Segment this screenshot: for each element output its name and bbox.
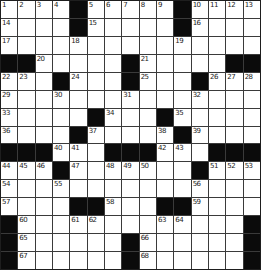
cell-r11c4[interactable]: 55 xyxy=(53,180,69,197)
clue-number-30: 30 xyxy=(54,91,62,99)
cell-r11c6[interactable] xyxy=(88,180,104,197)
block-cell-r15c15 xyxy=(244,252,260,269)
cell-r4c4[interactable] xyxy=(53,55,69,72)
cell-r15c14[interactable] xyxy=(226,252,242,269)
clue-number-39: 39 xyxy=(193,127,201,135)
cell-r1c1[interactable]: 1 xyxy=(1,1,17,18)
cell-r5c5[interactable]: 24 xyxy=(70,73,86,90)
cell-r10c6[interactable] xyxy=(88,162,104,179)
cell-r3c5[interactable]: 18 xyxy=(70,37,86,54)
cell-r7c13[interactable] xyxy=(209,109,225,126)
clue-number-19: 19 xyxy=(175,37,183,45)
cell-r5c3[interactable] xyxy=(36,73,52,90)
cell-r1c14[interactable]: 12 xyxy=(226,1,242,18)
cell-r5c7[interactable] xyxy=(105,73,121,90)
cell-r12c8[interactable] xyxy=(122,198,138,215)
clue-number-37: 37 xyxy=(89,127,97,135)
cell-r3c12[interactable] xyxy=(192,37,208,54)
clue-number-54: 54 xyxy=(2,180,10,188)
block-cell-r8c11 xyxy=(174,127,190,144)
cell-r3c10[interactable] xyxy=(157,37,173,54)
cell-r5c14[interactable]: 27 xyxy=(226,73,242,90)
block-cell-r4c15 xyxy=(244,55,260,72)
block-cell-r9c7 xyxy=(105,144,121,161)
cell-r13c7[interactable] xyxy=(105,216,121,233)
clue-number-68: 68 xyxy=(141,252,149,260)
cell-r5c10[interactable] xyxy=(157,73,173,90)
cell-r12c13[interactable] xyxy=(209,198,225,215)
cell-r15c12[interactable] xyxy=(192,252,208,269)
cell-r14c4[interactable] xyxy=(53,234,69,251)
clue-number-21: 21 xyxy=(141,55,149,63)
crossword-grid: 1234567891011121314151617181920212223242… xyxy=(0,0,261,270)
cell-r14c13[interactable] xyxy=(209,234,225,251)
block-cell-r9c1 xyxy=(1,144,17,161)
cell-r11c8[interactable] xyxy=(122,180,138,197)
cell-r14c12[interactable] xyxy=(192,234,208,251)
cell-r4c10[interactable] xyxy=(157,55,173,72)
cell-r5c2[interactable]: 23 xyxy=(18,73,34,90)
cell-r3c15[interactable] xyxy=(244,37,260,54)
cell-r5c15[interactable]: 28 xyxy=(244,73,260,90)
clue-number-2: 2 xyxy=(19,1,23,9)
clue-number-56: 56 xyxy=(193,180,201,188)
cell-r2c8[interactable] xyxy=(122,19,138,36)
block-cell-r14c15 xyxy=(244,234,260,251)
block-cell-r2c11 xyxy=(174,19,190,36)
clue-number-18: 18 xyxy=(71,37,79,45)
clue-number-26: 26 xyxy=(210,73,218,81)
clue-number-12: 12 xyxy=(227,1,235,9)
block-cell-r9c2 xyxy=(18,144,34,161)
cell-r8c14[interactable] xyxy=(226,127,242,144)
block-cell-r9c13 xyxy=(209,144,225,161)
cell-r1c2[interactable]: 2 xyxy=(18,1,34,18)
clue-number-41: 41 xyxy=(71,144,79,152)
cell-r6c10[interactable] xyxy=(157,91,173,108)
cell-r7c2[interactable] xyxy=(18,109,34,126)
cell-r12c15[interactable] xyxy=(244,198,260,215)
cell-r14c10[interactable] xyxy=(157,234,173,251)
clue-number-43: 43 xyxy=(175,144,183,152)
cell-r12c4[interactable] xyxy=(53,198,69,215)
cell-r9c10[interactable]: 42 xyxy=(157,144,173,161)
cell-r6c4[interactable]: 30 xyxy=(53,91,69,108)
cell-r15c11[interactable] xyxy=(174,252,190,269)
cell-r4c7[interactable] xyxy=(105,55,121,72)
clue-number-28: 28 xyxy=(245,73,253,81)
cell-r15c9[interactable]: 68 xyxy=(140,252,156,269)
cell-r3c8[interactable] xyxy=(122,37,138,54)
block-cell-r9c9 xyxy=(140,144,156,161)
cell-r15c6[interactable] xyxy=(88,252,104,269)
cell-r8c10[interactable]: 38 xyxy=(157,127,173,144)
cell-r7c14[interactable] xyxy=(226,109,242,126)
clue-number-13: 13 xyxy=(245,1,253,9)
cell-r8c3[interactable] xyxy=(36,127,52,144)
cell-r12c14[interactable] xyxy=(226,198,242,215)
cell-r6c13[interactable] xyxy=(209,91,225,108)
clue-number-63: 63 xyxy=(158,216,166,224)
block-cell-r13c15 xyxy=(244,216,260,233)
clue-number-11: 11 xyxy=(210,1,218,9)
clue-number-59: 59 xyxy=(193,198,201,206)
block-cell-r8c5 xyxy=(70,127,86,144)
clue-number-58: 58 xyxy=(106,198,114,206)
cell-r15c5[interactable] xyxy=(70,252,86,269)
block-cell-r4c1 xyxy=(1,55,17,72)
cell-r11c11[interactable] xyxy=(174,180,190,197)
cell-r2c2[interactable] xyxy=(18,19,34,36)
cell-r14c5[interactable] xyxy=(70,234,86,251)
cell-r13c13[interactable] xyxy=(209,216,225,233)
cell-r2c4[interactable] xyxy=(53,19,69,36)
cell-r3c14[interactable] xyxy=(226,37,242,54)
block-cell-r5c8 xyxy=(122,73,138,90)
cell-r14c7[interactable] xyxy=(105,234,121,251)
cell-r14c14[interactable] xyxy=(226,234,242,251)
cell-r15c10[interactable] xyxy=(157,252,173,269)
cell-r15c2[interactable]: 67 xyxy=(18,252,34,269)
clue-number-57: 57 xyxy=(2,198,10,206)
cell-r2c13[interactable] xyxy=(209,19,225,36)
block-cell-r15c1 xyxy=(1,252,17,269)
clue-number-35: 35 xyxy=(175,109,183,117)
clue-number-42: 42 xyxy=(158,144,166,152)
clue-number-51: 51 xyxy=(210,162,218,170)
block-cell-r4c14 xyxy=(226,55,242,72)
block-cell-r7c10 xyxy=(157,109,173,126)
block-cell-r14c8 xyxy=(122,234,138,251)
block-cell-r7c6 xyxy=(88,109,104,126)
cell-r7c7[interactable]: 34 xyxy=(105,109,121,126)
cell-r2c7[interactable] xyxy=(105,19,121,36)
cell-r2c1[interactable]: 14 xyxy=(1,19,17,36)
cell-r8c2[interactable] xyxy=(18,127,34,144)
cell-r7c9[interactable] xyxy=(140,109,156,126)
cell-r7c15[interactable] xyxy=(244,109,260,126)
cell-r11c1[interactable]: 54 xyxy=(1,180,17,197)
block-cell-r9c8 xyxy=(122,144,138,161)
cell-r1c7[interactable]: 6 xyxy=(105,1,121,18)
cell-r6c2[interactable] xyxy=(18,91,34,108)
block-cell-r1c5 xyxy=(70,1,86,18)
clue-number-62: 62 xyxy=(89,216,97,224)
clue-number-7: 7 xyxy=(123,1,127,9)
cell-r1c6[interactable]: 5 xyxy=(88,1,104,18)
cell-r3c3[interactable] xyxy=(36,37,52,54)
cell-r2c6[interactable]: 15 xyxy=(88,19,104,36)
clue-number-67: 67 xyxy=(19,252,27,260)
cell-r11c2[interactable] xyxy=(18,180,34,197)
cell-r2c10[interactable] xyxy=(157,19,173,36)
block-cell-r12c10 xyxy=(157,198,173,215)
cell-r1c4[interactable]: 4 xyxy=(53,1,69,18)
cell-r6c15[interactable] xyxy=(244,91,260,108)
clue-number-16: 16 xyxy=(193,19,201,27)
block-cell-r13c1 xyxy=(1,216,17,233)
cell-r11c14[interactable] xyxy=(226,180,242,197)
clue-number-66: 66 xyxy=(141,234,149,242)
block-cell-r12c5 xyxy=(70,198,86,215)
cell-r11c10[interactable] xyxy=(157,180,173,197)
cell-r7c11[interactable]: 35 xyxy=(174,109,190,126)
clue-number-64: 64 xyxy=(175,216,183,224)
cell-r4c13[interactable] xyxy=(209,55,225,72)
clue-number-32: 32 xyxy=(193,91,201,99)
cell-r2c14[interactable] xyxy=(226,19,242,36)
cell-r7c8[interactable] xyxy=(122,109,138,126)
clue-number-33: 33 xyxy=(2,109,10,117)
cell-r10c9[interactable]: 50 xyxy=(140,162,156,179)
cell-r1c15[interactable]: 13 xyxy=(244,1,260,18)
cell-r1c9[interactable]: 8 xyxy=(140,1,156,18)
clue-number-1: 1 xyxy=(2,1,6,9)
clue-number-20: 20 xyxy=(37,55,45,63)
cell-r14c9[interactable]: 66 xyxy=(140,234,156,251)
block-cell-r4c8 xyxy=(122,55,138,72)
clue-number-25: 25 xyxy=(141,73,149,81)
clue-number-34: 34 xyxy=(106,109,114,117)
cell-r12c9[interactable] xyxy=(140,198,156,215)
cell-r6c12[interactable]: 32 xyxy=(192,91,208,108)
cell-r14c3[interactable] xyxy=(36,234,52,251)
cell-r10c7[interactable]: 48 xyxy=(105,162,121,179)
cell-r3c2[interactable] xyxy=(18,37,34,54)
cell-r10c10[interactable] xyxy=(157,162,173,179)
clue-number-27: 27 xyxy=(227,73,235,81)
clue-number-55: 55 xyxy=(54,180,62,188)
block-cell-r5c4 xyxy=(53,73,69,90)
cell-r6c7[interactable] xyxy=(105,91,121,108)
cell-r11c9[interactable] xyxy=(140,180,156,197)
cell-r4c6[interactable] xyxy=(88,55,104,72)
cell-r7c12[interactable] xyxy=(192,109,208,126)
cell-r13c8[interactable] xyxy=(122,216,138,233)
clue-number-6: 6 xyxy=(106,1,110,9)
cell-r12c7[interactable]: 58 xyxy=(105,198,121,215)
cell-r8c13[interactable] xyxy=(209,127,225,144)
cell-r9c11[interactable]: 43 xyxy=(174,144,190,161)
cell-r6c14[interactable] xyxy=(226,91,242,108)
clue-number-50: 50 xyxy=(141,162,149,170)
block-cell-r2c5 xyxy=(70,19,86,36)
cell-r5c6[interactable] xyxy=(88,73,104,90)
cell-r10c8[interactable]: 49 xyxy=(122,162,138,179)
cell-r1c13[interactable]: 11 xyxy=(209,1,225,18)
cell-r13c14[interactable] xyxy=(226,216,242,233)
cell-r8c12[interactable]: 39 xyxy=(192,127,208,144)
cell-r7c5[interactable] xyxy=(70,109,86,126)
block-cell-r4c2 xyxy=(18,55,34,72)
cell-r11c12[interactable]: 56 xyxy=(192,180,208,197)
block-cell-r1c11 xyxy=(174,1,190,18)
cell-r11c13[interactable] xyxy=(209,180,225,197)
cell-r11c15[interactable] xyxy=(244,180,260,197)
cell-r1c12[interactable]: 10 xyxy=(192,1,208,18)
cell-r13c10[interactable]: 63 xyxy=(157,216,173,233)
clue-number-31: 31 xyxy=(123,91,131,99)
cell-r10c14[interactable]: 52 xyxy=(226,162,242,179)
clue-number-48: 48 xyxy=(106,162,114,170)
clue-number-22: 22 xyxy=(2,73,10,81)
clue-number-4: 4 xyxy=(54,1,58,9)
cell-r15c4[interactable] xyxy=(53,252,69,269)
cell-r13c11[interactable]: 64 xyxy=(174,216,190,233)
block-cell-r10c12 xyxy=(192,162,208,179)
cell-r8c15[interactable] xyxy=(244,127,260,144)
clue-number-24: 24 xyxy=(71,73,79,81)
cell-r3c1[interactable]: 17 xyxy=(1,37,17,54)
cell-r6c6[interactable] xyxy=(88,91,104,108)
clue-number-3: 3 xyxy=(37,1,41,9)
cell-r1c10[interactable]: 9 xyxy=(157,1,173,18)
cell-r13c4[interactable] xyxy=(53,216,69,233)
cell-r9c12[interactable] xyxy=(192,144,208,161)
block-cell-r9c15 xyxy=(244,144,260,161)
block-cell-r5c12 xyxy=(192,73,208,90)
cell-r3c11[interactable]: 19 xyxy=(174,37,190,54)
cell-r2c15[interactable] xyxy=(244,19,260,36)
cell-r10c13[interactable]: 51 xyxy=(209,162,225,179)
cell-r6c3[interactable] xyxy=(36,91,52,108)
clue-number-49: 49 xyxy=(123,162,131,170)
cell-r5c13[interactable]: 26 xyxy=(209,73,225,90)
clue-number-36: 36 xyxy=(2,127,10,135)
cell-r5c9[interactable]: 25 xyxy=(140,73,156,90)
cell-r3c7[interactable] xyxy=(105,37,121,54)
cell-r13c12[interactable] xyxy=(192,216,208,233)
cell-r11c5[interactable] xyxy=(70,180,86,197)
cell-r13c6[interactable]: 62 xyxy=(88,216,104,233)
clue-number-17: 17 xyxy=(2,37,10,45)
cell-r2c12[interactable]: 16 xyxy=(192,19,208,36)
cell-r1c3[interactable]: 3 xyxy=(36,1,52,18)
block-cell-r9c3 xyxy=(36,144,52,161)
block-cell-r10c4 xyxy=(53,162,69,179)
block-cell-r12c6 xyxy=(88,198,104,215)
clue-number-8: 8 xyxy=(141,1,145,9)
block-cell-r14c1 xyxy=(1,234,17,251)
clue-number-10: 10 xyxy=(193,1,201,9)
cell-r10c15[interactable]: 53 xyxy=(244,162,260,179)
cell-r6c9[interactable] xyxy=(140,91,156,108)
cell-r8c7[interactable] xyxy=(105,127,121,144)
clue-number-14: 14 xyxy=(2,19,10,27)
block-cell-r9c14 xyxy=(226,144,242,161)
block-cell-r12c11 xyxy=(174,198,190,215)
cell-r8c8[interactable] xyxy=(122,127,138,144)
cell-r14c11[interactable] xyxy=(174,234,190,251)
cell-r7c1[interactable]: 33 xyxy=(1,109,17,126)
cell-r8c1[interactable]: 36 xyxy=(1,127,17,144)
clue-number-45: 45 xyxy=(19,162,27,170)
cell-r4c9[interactable]: 21 xyxy=(140,55,156,72)
cell-r6c11[interactable] xyxy=(174,91,190,108)
cell-r9c5[interactable]: 41 xyxy=(70,144,86,161)
cell-r9c6[interactable] xyxy=(88,144,104,161)
block-cell-r15c8 xyxy=(122,252,138,269)
cell-r15c3[interactable] xyxy=(36,252,52,269)
cell-r5c1[interactable]: 22 xyxy=(1,73,17,90)
cell-r12c12[interactable]: 59 xyxy=(192,198,208,215)
clue-number-52: 52 xyxy=(227,162,235,170)
cell-r5c11[interactable] xyxy=(174,73,190,90)
cell-r4c3[interactable]: 20 xyxy=(36,55,52,72)
cell-r15c13[interactable] xyxy=(209,252,225,269)
cell-r10c1[interactable]: 44 xyxy=(1,162,17,179)
clue-number-65: 65 xyxy=(19,234,27,242)
cell-r8c9[interactable] xyxy=(140,127,156,144)
cell-r9c4[interactable]: 40 xyxy=(53,144,69,161)
cell-r3c9[interactable] xyxy=(140,37,156,54)
clue-number-38: 38 xyxy=(158,127,166,135)
cell-r3c6[interactable] xyxy=(88,37,104,54)
clue-number-53: 53 xyxy=(245,162,253,170)
cell-r12c3[interactable] xyxy=(36,198,52,215)
cell-r2c9[interactable] xyxy=(140,19,156,36)
cell-r1c8[interactable]: 7 xyxy=(122,1,138,18)
clue-number-5: 5 xyxy=(89,1,93,9)
cell-r14c6[interactable] xyxy=(88,234,104,251)
clue-number-46: 46 xyxy=(37,162,45,170)
cell-r10c5[interactable]: 47 xyxy=(70,162,86,179)
cell-r6c8[interactable]: 31 xyxy=(122,91,138,108)
cell-r13c9[interactable] xyxy=(140,216,156,233)
cell-r14c2[interactable]: 65 xyxy=(18,234,34,251)
clue-number-9: 9 xyxy=(158,1,162,9)
cell-r11c3[interactable] xyxy=(36,180,52,197)
cell-r7c3[interactable] xyxy=(36,109,52,126)
cell-r11c7[interactable] xyxy=(105,180,121,197)
clue-number-47: 47 xyxy=(71,162,79,170)
cell-r8c4[interactable] xyxy=(53,127,69,144)
cell-r13c3[interactable] xyxy=(36,216,52,233)
cell-r10c3[interactable]: 46 xyxy=(36,162,52,179)
clue-number-23: 23 xyxy=(19,73,27,81)
cell-r3c13[interactable] xyxy=(209,37,225,54)
cell-r10c2[interactable]: 45 xyxy=(18,162,34,179)
cell-r15c7[interactable] xyxy=(105,252,121,269)
cell-r6c5[interactable] xyxy=(70,91,86,108)
clue-number-61: 61 xyxy=(71,216,79,224)
cell-r3c4[interactable] xyxy=(53,37,69,54)
cell-r4c11[interactable] xyxy=(174,55,190,72)
cell-r4c12[interactable] xyxy=(192,55,208,72)
clue-number-60: 60 xyxy=(19,216,27,224)
cell-r12c2[interactable] xyxy=(18,198,34,215)
cell-r2c3[interactable] xyxy=(36,19,52,36)
clue-number-40: 40 xyxy=(54,144,62,152)
cell-r6c1[interactable]: 29 xyxy=(1,91,17,108)
cell-r10c11[interactable] xyxy=(174,162,190,179)
cell-r4c5[interactable] xyxy=(70,55,86,72)
clue-number-29: 29 xyxy=(2,91,10,99)
cell-r13c5[interactable]: 61 xyxy=(70,216,86,233)
clue-number-15: 15 xyxy=(89,19,97,27)
cell-r12c1[interactable]: 57 xyxy=(1,198,17,215)
clue-number-44: 44 xyxy=(2,162,10,170)
cell-r7c4[interactable] xyxy=(53,109,69,126)
cell-r8c6[interactable]: 37 xyxy=(88,127,104,144)
cell-r13c2[interactable]: 60 xyxy=(18,216,34,233)
